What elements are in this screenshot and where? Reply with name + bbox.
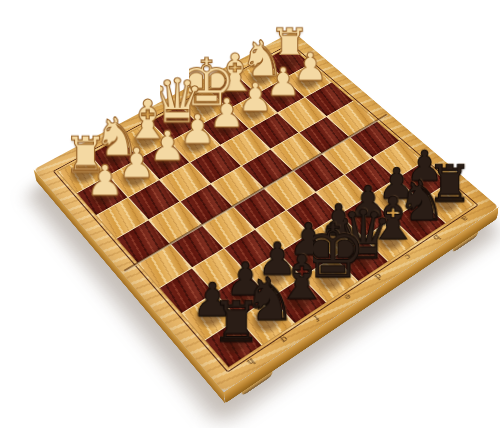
piece-shadow [234, 98, 272, 126]
piece-shadow [241, 64, 278, 90]
product-photo-scene: hgfedcba ♜♞♝♛♚♝♞♜♟♟♟♟♟♟♟♟♟♟♟♟♟♟♟♟♜♞♝♚♛♝♞… [0, 0, 500, 428]
chess-board: hgfedcba ♜♞♝♛♚♝♞♜♟♟♟♟♟♟♟♟♟♟♟♟♟♟♟♟♜♞♝♚♛♝♞… [34, 31, 499, 392]
piece-shadow [262, 83, 300, 110]
black-king-e8: ♚ [313, 192, 353, 282]
piece-shadow [205, 113, 244, 141]
piece-shadow [145, 146, 185, 176]
black-pawn-f7: ♟ [257, 188, 297, 278]
piece-shadow [176, 129, 215, 158]
black-knight-g8: ♞ [249, 232, 290, 325]
